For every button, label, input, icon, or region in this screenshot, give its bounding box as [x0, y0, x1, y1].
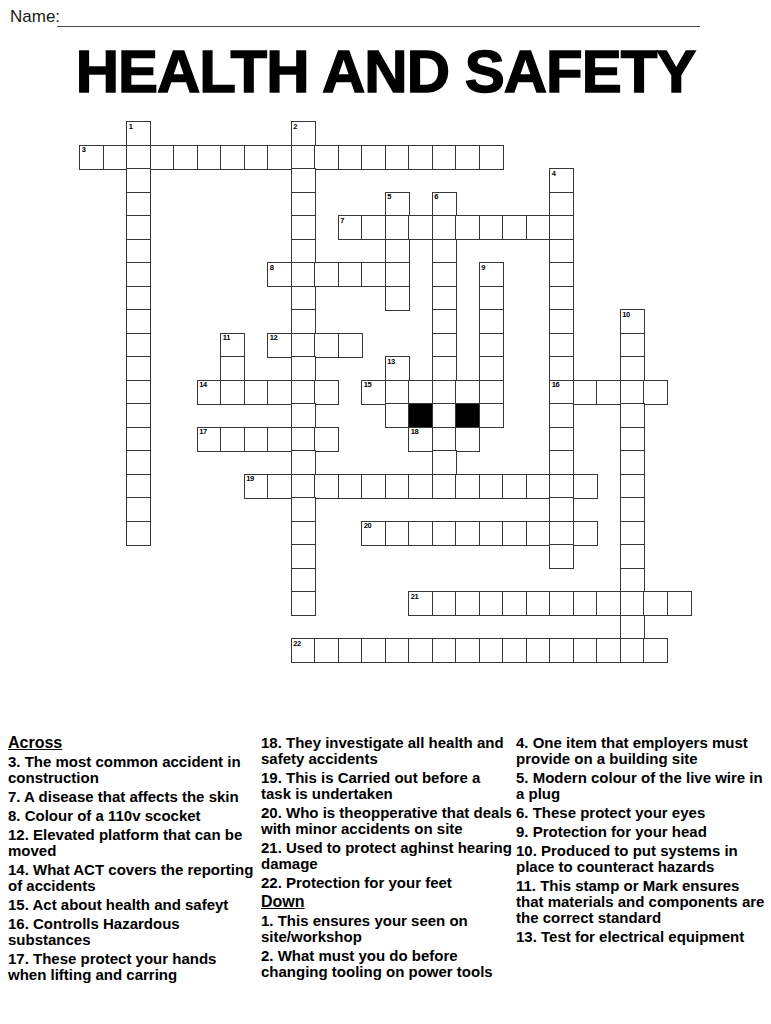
- grid-cell[interactable]: [549, 356, 574, 381]
- across-clue-7: 7. A disease that affects the skin: [8, 789, 255, 805]
- grid-cell[interactable]: [267, 474, 292, 499]
- grid-cell[interactable]: [432, 450, 457, 475]
- grid-cell[interactable]: [361, 638, 386, 663]
- down-clue-2: 2. What must you do before changing tool…: [261, 948, 512, 980]
- grid-cell[interactable]: [361, 145, 386, 170]
- grid-cell[interactable]: [549, 450, 574, 475]
- grid-cell[interactable]: [667, 591, 692, 616]
- name-label: Name:: [10, 7, 60, 26]
- across-clue-20: 20. Who is theopperative that deals with…: [261, 805, 512, 837]
- grid-cell[interactable]: [596, 591, 621, 616]
- grid-cell[interactable]: [385, 403, 410, 428]
- grid-cell[interactable]: [314, 380, 339, 405]
- grid-cell[interactable]: 9: [479, 262, 504, 287]
- grid-cell[interactable]: [573, 521, 598, 546]
- grid-cell[interactable]: [291, 309, 316, 334]
- grid-cell[interactable]: 10: [620, 309, 645, 334]
- grid-cell[interactable]: [291, 145, 316, 170]
- grid-cell[interactable]: [549, 427, 574, 452]
- grid-cell[interactable]: [361, 262, 386, 287]
- grid-cell[interactable]: [314, 638, 339, 663]
- grid-cell[interactable]: [220, 427, 245, 452]
- clues-column-left: Across3. The most common accident in con…: [8, 735, 255, 986]
- grid-cell[interactable]: [432, 380, 457, 405]
- grid-cell[interactable]: [526, 638, 551, 663]
- grid-cell[interactable]: [643, 380, 668, 405]
- grid-cell[interactable]: [479, 380, 504, 405]
- grid-cell[interactable]: [291, 192, 316, 217]
- grid-cell[interactable]: [314, 145, 339, 170]
- grid-cell[interactable]: [479, 145, 504, 170]
- grid-cell[interactable]: [126, 262, 151, 287]
- grid-cell[interactable]: [549, 215, 574, 240]
- grid-cell[interactable]: [479, 309, 504, 334]
- grid-cell[interactable]: [291, 403, 316, 428]
- across-clue-15: 15. Act about health and safeyt: [8, 897, 255, 913]
- across-clue-8: 8. Colour of a 110v scocket: [8, 808, 255, 824]
- grid-cell[interactable]: [596, 380, 621, 405]
- grid-cell[interactable]: [244, 380, 269, 405]
- grid-cell[interactable]: [408, 521, 433, 546]
- grid-cell[interactable]: [432, 239, 457, 264]
- grid-cell[interactable]: [291, 568, 316, 593]
- grid-cell[interactable]: [479, 591, 504, 616]
- grid-cell[interactable]: [126, 380, 151, 405]
- grid-cell[interactable]: [291, 380, 316, 405]
- grid-cell[interactable]: [291, 215, 316, 240]
- grid-cell[interactable]: [432, 403, 457, 428]
- grid-cell[interactable]: [455, 638, 480, 663]
- grid-cell[interactable]: [244, 427, 269, 452]
- grid-cell[interactable]: [479, 215, 504, 240]
- grid-cell[interactable]: [197, 145, 222, 170]
- grid-cell[interactable]: [126, 356, 151, 381]
- grid-cell[interactable]: [432, 427, 457, 452]
- grid-cell[interactable]: [385, 215, 410, 240]
- grid-cell[interactable]: [338, 638, 363, 663]
- grid-cell[interactable]: 11: [220, 333, 245, 358]
- across-clue-22: 22. Protection for your feet: [261, 875, 512, 891]
- grid-cell[interactable]: [385, 145, 410, 170]
- grid-cell[interactable]: [291, 497, 316, 522]
- grid-cell[interactable]: [432, 262, 457, 287]
- grid-cell[interactable]: [549, 239, 574, 264]
- clue-number: 13: [387, 358, 395, 366]
- grid-cell[interactable]: [432, 309, 457, 334]
- grid-cell[interactable]: [432, 286, 457, 311]
- clue-number: 14: [199, 381, 207, 389]
- grid-cell[interactable]: [432, 591, 457, 616]
- grid-cell[interactable]: [502, 474, 527, 499]
- grid-cell[interactable]: [126, 474, 151, 499]
- grid-cell[interactable]: [620, 427, 645, 452]
- clue-number: 20: [364, 522, 372, 530]
- grid-cell[interactable]: [126, 427, 151, 452]
- grid-cell[interactable]: [338, 262, 363, 287]
- grid-cell[interactable]: [455, 380, 480, 405]
- grid-cell[interactable]: [549, 286, 574, 311]
- grid-cell[interactable]: [314, 474, 339, 499]
- grid-cell[interactable]: [385, 286, 410, 311]
- grid-cell[interactable]: [620, 638, 645, 663]
- clue-number: 10: [622, 311, 630, 319]
- grid-cell[interactable]: [549, 192, 574, 217]
- grid-cell[interactable]: [432, 145, 457, 170]
- grid-cell[interactable]: [549, 403, 574, 428]
- grid-cell[interactable]: [432, 638, 457, 663]
- across-clue-3: 3. The most common accident in construct…: [8, 754, 255, 786]
- grid-cell[interactable]: [220, 380, 245, 405]
- black-cell: [408, 403, 433, 428]
- grid-cell[interactable]: [314, 427, 339, 452]
- grid-cell[interactable]: [291, 427, 316, 452]
- grid-cell[interactable]: [549, 521, 574, 546]
- grid-cell[interactable]: [549, 309, 574, 334]
- grid-cell[interactable]: 17: [197, 427, 222, 452]
- grid-cell[interactable]: [549, 333, 574, 358]
- black-cell: [455, 403, 480, 428]
- grid-cell[interactable]: [643, 638, 668, 663]
- clue-number: 9: [481, 264, 485, 272]
- grid-cell[interactable]: [267, 380, 292, 405]
- grid-cell[interactable]: [150, 145, 175, 170]
- across-clue-17: 17. These protect your hands when liftin…: [8, 951, 255, 983]
- grid-cell[interactable]: [291, 286, 316, 311]
- grid-cell[interactable]: [573, 591, 598, 616]
- clue-number: 15: [364, 381, 372, 389]
- grid-cell[interactable]: [620, 474, 645, 499]
- grid-cell[interactable]: [502, 591, 527, 616]
- grid-cell[interactable]: [620, 450, 645, 475]
- clue-number: 6: [434, 193, 438, 201]
- grid-cell[interactable]: [291, 544, 316, 569]
- down-clue-13: 13. Test for electrical equipment: [516, 929, 769, 945]
- grid-cell[interactable]: [126, 192, 151, 217]
- grid-cell[interactable]: [432, 215, 457, 240]
- grid-cell[interactable]: [620, 333, 645, 358]
- grid-cell[interactable]: [573, 474, 598, 499]
- grid-cell[interactable]: [291, 333, 316, 358]
- grid-cell[interactable]: [526, 521, 551, 546]
- name-fill-line[interactable]: [57, 26, 700, 27]
- grid-cell[interactable]: [620, 568, 645, 593]
- down-clue-4: 4. One item that employers must provide …: [516, 735, 769, 767]
- clue-number: 7: [340, 217, 344, 225]
- grid-cell[interactable]: [455, 521, 480, 546]
- grid-cell[interactable]: [620, 521, 645, 546]
- grid-cell[interactable]: [502, 638, 527, 663]
- grid-cell[interactable]: [267, 145, 292, 170]
- grid-cell[interactable]: [291, 239, 316, 264]
- grid-cell[interactable]: 13: [385, 356, 410, 381]
- grid-cell[interactable]: [455, 145, 480, 170]
- clue-number: 1: [129, 123, 133, 131]
- down-clue-1: 1. This ensures your seen on site/worksh…: [261, 913, 512, 945]
- crossword-grid: 12345678910111213141516171819202122: [80, 122, 693, 664]
- grid-cell[interactable]: [126, 497, 151, 522]
- grid-cell[interactable]: [408, 145, 433, 170]
- grid-cell[interactable]: [479, 403, 504, 428]
- across-clue-16: 16. Controlls Hazardous substances: [8, 916, 255, 948]
- grid-cell[interactable]: [479, 333, 504, 358]
- grid-cell[interactable]: [291, 356, 316, 381]
- grid-cell[interactable]: [432, 474, 457, 499]
- grid-cell[interactable]: [126, 286, 151, 311]
- clue-number: 17: [199, 428, 207, 436]
- grid-cell[interactable]: [103, 145, 128, 170]
- grid-cell[interactable]: 7: [338, 215, 363, 240]
- grid-cell[interactable]: [126, 145, 151, 170]
- down-clue-6: 6. These protect your eyes: [516, 805, 769, 821]
- clue-number: 11: [223, 334, 230, 342]
- grid-cell[interactable]: [385, 638, 410, 663]
- grid-cell[interactable]: 1: [126, 121, 151, 146]
- grid-cell[interactable]: [479, 521, 504, 546]
- grid-cell[interactable]: [479, 286, 504, 311]
- clues-column-middle: 18. They investigate all health and safe…: [261, 735, 512, 983]
- grid-cell[interactable]: [549, 591, 574, 616]
- down-heading: Down: [261, 894, 512, 910]
- grid-cell[interactable]: [291, 474, 316, 499]
- grid-cell[interactable]: [126, 333, 151, 358]
- grid-cell[interactable]: [408, 474, 433, 499]
- grid-cell[interactable]: 20: [361, 521, 386, 546]
- grid-cell[interactable]: [291, 450, 316, 475]
- grid-cell[interactable]: 2: [291, 121, 316, 146]
- grid-cell[interactable]: [220, 145, 245, 170]
- grid-cell[interactable]: [620, 356, 645, 381]
- grid-cell[interactable]: [126, 239, 151, 264]
- grid-cell[interactable]: [549, 497, 574, 522]
- grid-cell[interactable]: [126, 403, 151, 428]
- grid-cell[interactable]: 18: [408, 427, 433, 452]
- grid-cell[interactable]: 4: [549, 168, 574, 193]
- across-clue-14: 14. What ACT covers the reporting of acc…: [8, 862, 255, 894]
- grid-cell[interactable]: [338, 333, 363, 358]
- grid-cell[interactable]: [338, 474, 363, 499]
- grid-cell[interactable]: 8: [267, 262, 292, 287]
- grid-cell[interactable]: [173, 145, 198, 170]
- grid-cell[interactable]: [126, 521, 151, 546]
- down-clue-11: 11. This stamp or Mark ensures that mate…: [516, 878, 769, 926]
- grid-cell[interactable]: [291, 591, 316, 616]
- grid-cell[interactable]: [479, 638, 504, 663]
- grid-cell[interactable]: [385, 380, 410, 405]
- grid-cell[interactable]: [573, 380, 598, 405]
- clue-number: 19: [246, 475, 254, 483]
- grid-cell[interactable]: [267, 427, 292, 452]
- grid-cell[interactable]: [643, 591, 668, 616]
- grid-cell[interactable]: [526, 591, 551, 616]
- name-row: Name:: [10, 7, 60, 27]
- grid-cell[interactable]: 6: [432, 192, 457, 217]
- grid-cell[interactable]: 5: [385, 192, 410, 217]
- grid-cell[interactable]: [620, 544, 645, 569]
- grid-cell[interactable]: [455, 591, 480, 616]
- grid-cell[interactable]: 14: [197, 380, 222, 405]
- grid-cell[interactable]: [126, 215, 151, 240]
- grid-cell[interactable]: [455, 215, 480, 240]
- grid-cell[interactable]: 19: [244, 474, 269, 499]
- grid-cell[interactable]: [385, 474, 410, 499]
- grid-cell[interactable]: 12: [267, 333, 292, 358]
- grid-cell[interactable]: [314, 262, 339, 287]
- down-clue-10: 10. Produced to put systems in place to …: [516, 843, 769, 875]
- clue-number: 4: [552, 170, 556, 178]
- grid-cell[interactable]: [573, 638, 598, 663]
- grid-cell[interactable]: [455, 427, 480, 452]
- clue-number: 21: [411, 593, 419, 601]
- clue-number: 22: [293, 640, 301, 648]
- grid-cell[interactable]: [338, 145, 363, 170]
- clue-number: 12: [270, 334, 278, 342]
- clue-number: 5: [387, 193, 391, 201]
- grid-cell[interactable]: [408, 638, 433, 663]
- down-clue-5: 5. Modern colour of the live wire in a p…: [516, 770, 769, 802]
- grid-cell[interactable]: [314, 333, 339, 358]
- clue-number: 8: [270, 264, 274, 272]
- across-clue-18: 18. They investigate all health and safe…: [261, 735, 512, 767]
- grid-cell[interactable]: [291, 168, 316, 193]
- down-clue-9: 9. Protection for your head: [516, 824, 769, 840]
- grid-cell[interactable]: [620, 403, 645, 428]
- grid-cell[interactable]: [385, 521, 410, 546]
- grid-cell[interactable]: [549, 262, 574, 287]
- grid-cell[interactable]: [526, 215, 551, 240]
- grid-cell[interactable]: [291, 521, 316, 546]
- grid-cell[interactable]: 21: [408, 591, 433, 616]
- clue-number: 3: [82, 146, 86, 154]
- grid-cell[interactable]: [361, 215, 386, 240]
- grid-cell[interactable]: [432, 356, 457, 381]
- clue-number: 16: [552, 381, 560, 389]
- grid-cell[interactable]: [385, 262, 410, 287]
- grid-cell[interactable]: [408, 215, 433, 240]
- grid-cell[interactable]: [126, 168, 151, 193]
- grid-cell[interactable]: [126, 450, 151, 475]
- grid-cell[interactable]: [526, 474, 551, 499]
- page-title: HEALTH AND SAFETY: [0, 42, 771, 102]
- grid-cell[interactable]: [620, 497, 645, 522]
- grid-cell[interactable]: [432, 333, 457, 358]
- clues-column-right: 4. One item that employers must provide …: [516, 735, 769, 948]
- grid-cell[interactable]: [549, 544, 574, 569]
- across-heading: Across: [8, 735, 255, 751]
- grid-cell[interactable]: [385, 239, 410, 264]
- grid-cell[interactable]: 22: [291, 638, 316, 663]
- grid-cell[interactable]: [620, 615, 645, 640]
- grid-cell[interactable]: [502, 521, 527, 546]
- grid-cell[interactable]: [432, 521, 457, 546]
- grid-cell[interactable]: [479, 356, 504, 381]
- grid-cell[interactable]: [126, 309, 151, 334]
- clue-number: 18: [411, 428, 419, 436]
- grid-cell[interactable]: [455, 474, 480, 499]
- grid-cell[interactable]: [549, 638, 574, 663]
- grid-cell[interactable]: [549, 474, 574, 499]
- grid-cell[interactable]: [479, 474, 504, 499]
- grid-cell[interactable]: [596, 638, 621, 663]
- grid-cell[interactable]: [620, 380, 645, 405]
- grid-cell[interactable]: [408, 380, 433, 405]
- grid-cell[interactable]: 16: [549, 380, 574, 405]
- grid-cell[interactable]: [502, 215, 527, 240]
- clue-number: 2: [293, 123, 297, 131]
- across-clue-12: 12. Elevated platform that can be moved: [8, 827, 255, 859]
- grid-cell[interactable]: [220, 356, 245, 381]
- grid-cell[interactable]: [291, 262, 316, 287]
- grid-cell[interactable]: [244, 145, 269, 170]
- across-clue-21: 21. Used to protect aghinst hearing dama…: [261, 840, 512, 872]
- grid-cell[interactable]: 15: [361, 380, 386, 405]
- grid-cell[interactable]: [620, 591, 645, 616]
- grid-cell[interactable]: 3: [79, 145, 104, 170]
- grid-cell[interactable]: [361, 474, 386, 499]
- across-clue-19: 19. This is Carried out before a task is…: [261, 770, 512, 802]
